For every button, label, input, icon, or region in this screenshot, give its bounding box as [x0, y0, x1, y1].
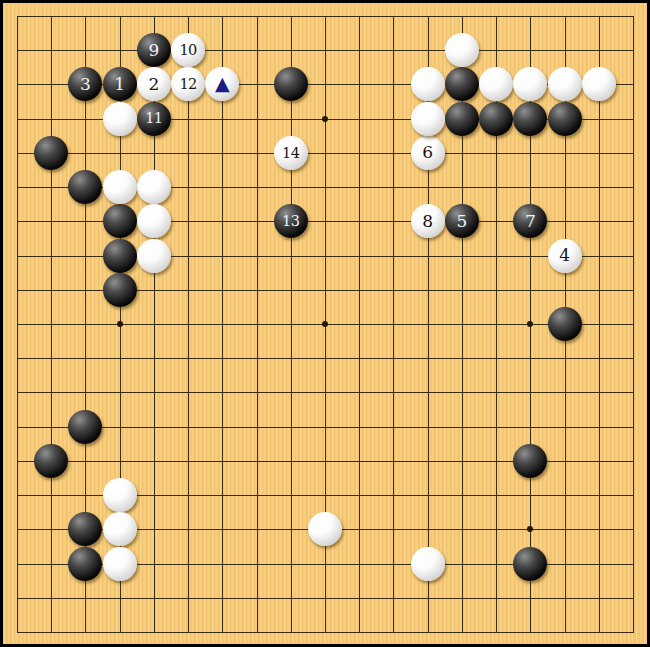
stone-white	[103, 478, 137, 512]
star-point	[117, 321, 123, 327]
stone-black	[274, 67, 308, 101]
stone-black	[548, 102, 582, 136]
stone-white	[137, 239, 171, 273]
stone-white	[103, 547, 137, 581]
stone-black-move-13: 13	[274, 204, 308, 238]
stone-black	[103, 239, 137, 273]
stone-black-move-9: 9	[137, 33, 171, 67]
stone-white-move-8: 8	[411, 204, 445, 238]
move-number: 12	[179, 77, 196, 92]
stone-black	[34, 136, 68, 170]
stone-black	[34, 444, 68, 478]
move-number: 9	[148, 42, 159, 59]
stone-white	[445, 33, 479, 67]
stone-black	[68, 547, 102, 581]
stone-black-move-11: 11	[137, 102, 171, 136]
stone-black	[479, 102, 513, 136]
move-number: 1	[114, 76, 125, 93]
stone-white	[103, 102, 137, 136]
stone-white	[103, 512, 137, 546]
move-number: 6	[422, 144, 433, 161]
move-number: 11	[145, 111, 162, 126]
move-number: 2	[148, 76, 159, 93]
stone-black-move-1: 1	[103, 67, 137, 101]
stone-white	[103, 170, 137, 204]
move-number: 3	[80, 76, 91, 93]
triangle-marker-icon: ▲	[215, 74, 230, 93]
stone-white	[548, 67, 582, 101]
stone-black	[513, 444, 547, 478]
move-number: 7	[525, 213, 536, 230]
stone-white	[411, 547, 445, 581]
stone-white	[137, 204, 171, 238]
stone-white	[411, 102, 445, 136]
star-point	[527, 321, 533, 327]
stone-black-move-5: 5	[445, 204, 479, 238]
move-number: 4	[559, 247, 570, 264]
stone-black	[68, 410, 102, 444]
stone-white	[411, 67, 445, 101]
stone-white	[137, 170, 171, 204]
move-number: 10	[179, 43, 196, 58]
stone-white	[582, 67, 616, 101]
stone-white-move-4: 4	[548, 239, 582, 273]
move-number: 5	[456, 213, 467, 230]
star-point	[322, 321, 328, 327]
stone-black	[513, 102, 547, 136]
go-board: 3191113572468101214▲	[0, 0, 650, 647]
move-number: 13	[282, 214, 299, 229]
stone-black	[513, 547, 547, 581]
go-diagram-page: { "game": "go", "diagram_type": "numbere…	[0, 0, 650, 647]
stone-white-move-6: 6	[411, 136, 445, 170]
move-number: 8	[422, 213, 433, 230]
star-point	[527, 526, 533, 532]
star-point	[322, 116, 328, 122]
move-number: 14	[282, 146, 299, 161]
stone-black	[103, 273, 137, 307]
stone-black	[548, 307, 582, 341]
stone-black	[103, 204, 137, 238]
stone-black	[445, 102, 479, 136]
stone-white-move-14: 14	[274, 136, 308, 170]
